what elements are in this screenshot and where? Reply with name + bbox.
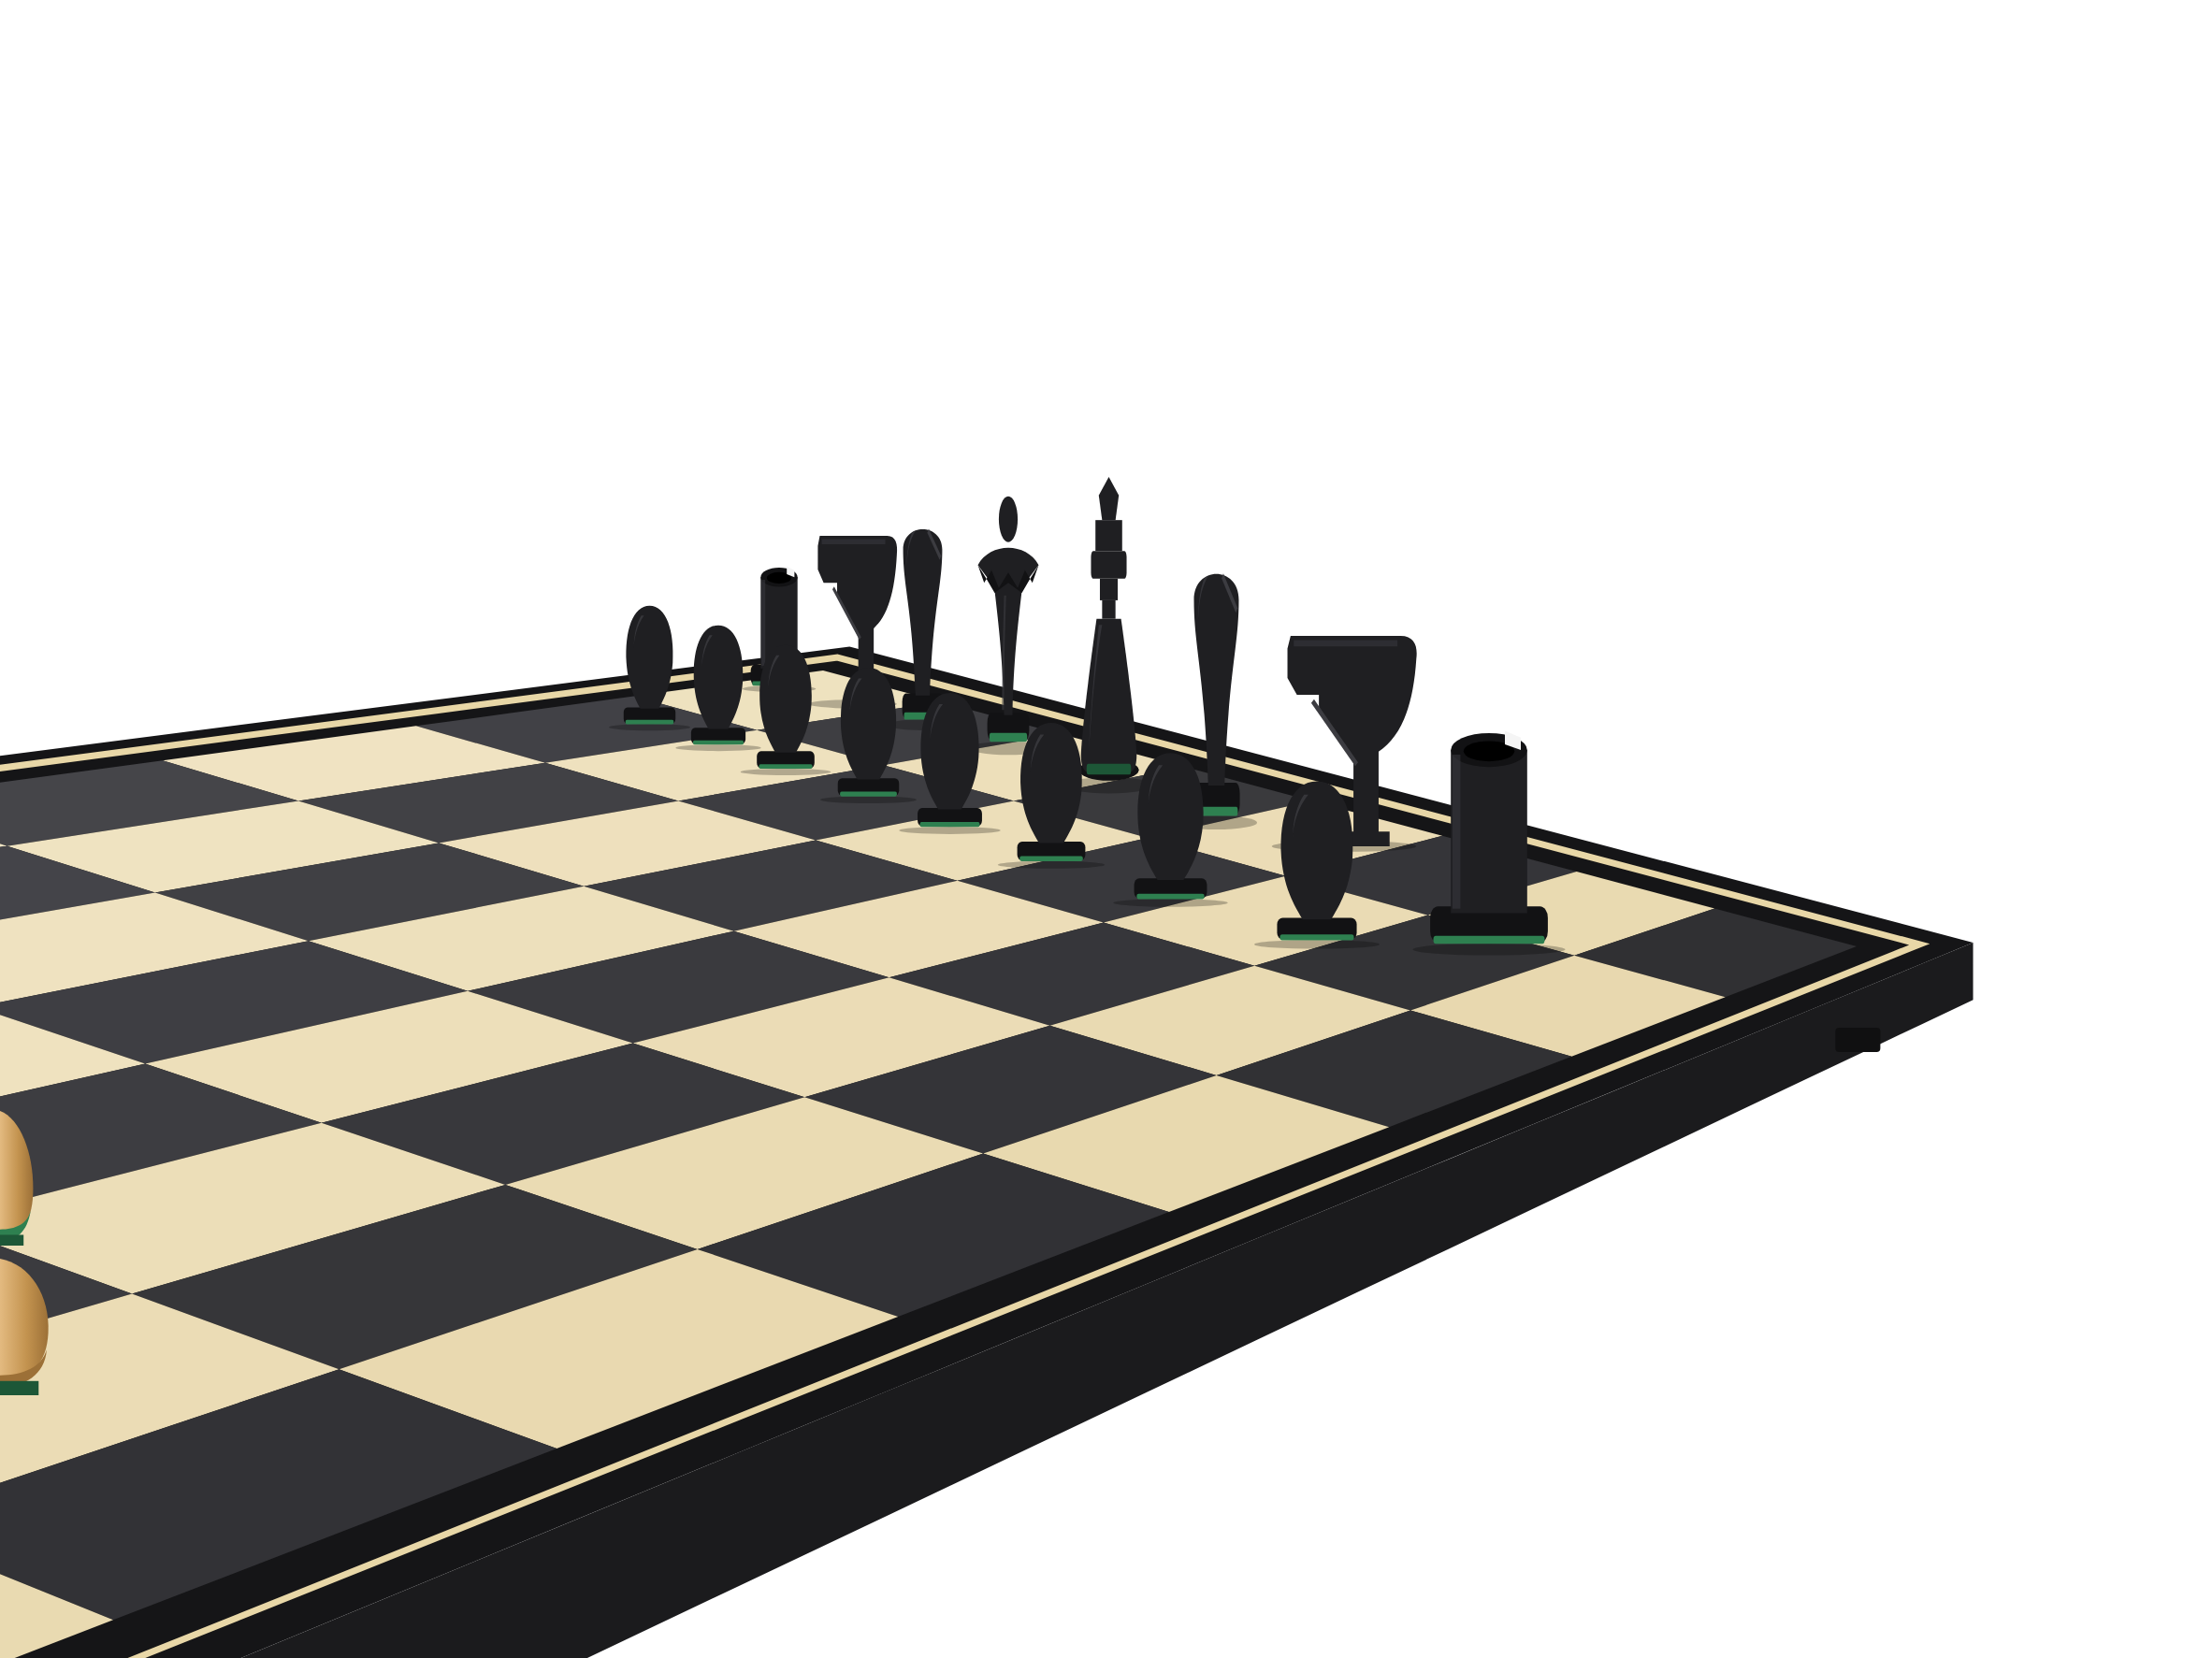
piece-black-pawn-h7[interactable]	[1246, 778, 1388, 951]
piece-white-piece-edge-1[interactable]	[0, 1111, 39, 1246]
piece-black-rook-h8[interactable]	[1410, 723, 1569, 959]
piece-black-pawn-g7[interactable]	[1106, 750, 1236, 909]
chessboard-photo	[0, 0, 2212, 1658]
piece-black-pawn-f7[interactable]	[990, 720, 1112, 871]
piece-white-piece-edge-2[interactable]	[0, 1253, 80, 1395]
board-foot	[1835, 1028, 1880, 1052]
